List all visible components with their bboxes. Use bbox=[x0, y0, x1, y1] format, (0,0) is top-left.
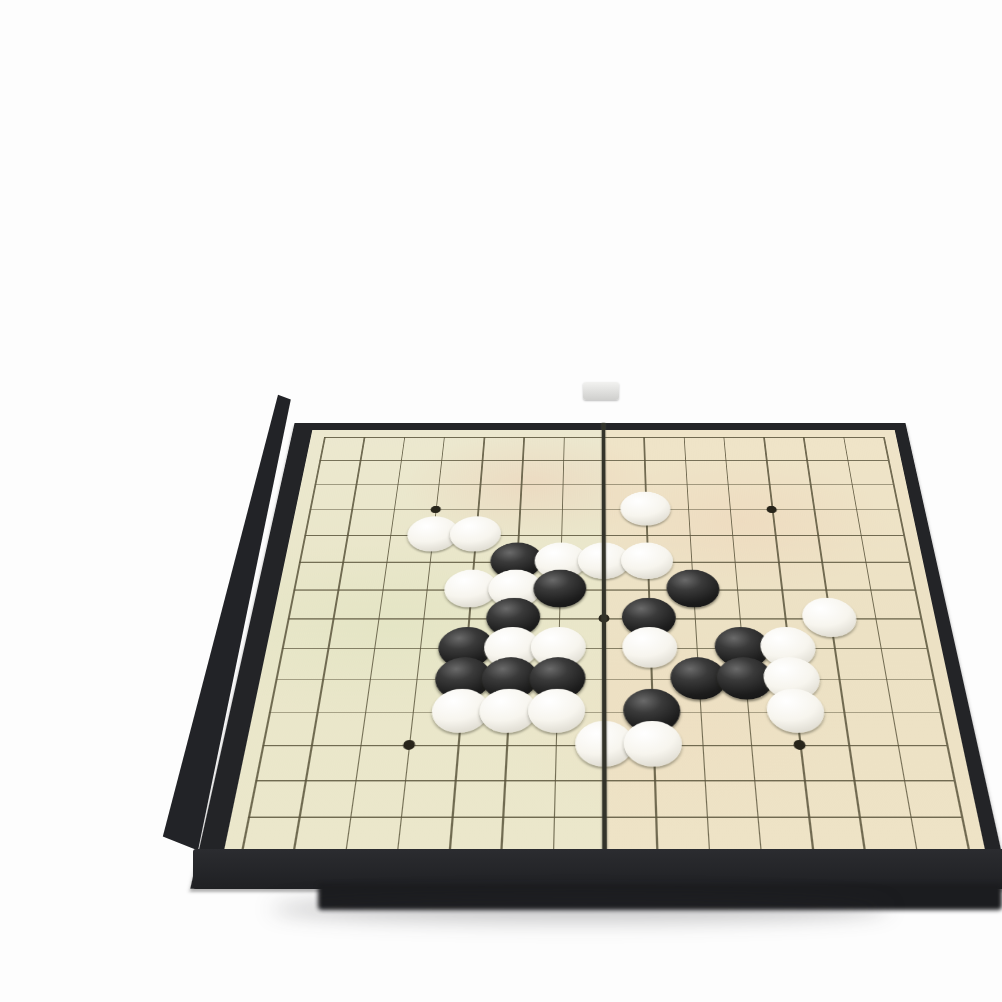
star-point bbox=[793, 740, 806, 750]
white-stone[interactable] bbox=[621, 543, 674, 579]
go-board bbox=[190, 423, 1002, 888]
frame-front-face bbox=[193, 849, 1002, 889]
white-stone[interactable] bbox=[765, 689, 827, 733]
white-stone[interactable] bbox=[527, 689, 585, 733]
star-point bbox=[430, 506, 441, 513]
white-stone[interactable] bbox=[622, 627, 678, 668]
white-stone[interactable] bbox=[448, 517, 502, 552]
product-photo-page bbox=[0, 0, 1002, 1002]
white-stone[interactable] bbox=[624, 721, 684, 767]
black-stone[interactable] bbox=[532, 570, 586, 608]
hinge-tab bbox=[583, 382, 619, 400]
white-stone[interactable] bbox=[800, 598, 860, 637]
board-drop-shadow bbox=[270, 896, 890, 922]
star-point bbox=[766, 506, 777, 513]
grid-vline bbox=[883, 437, 971, 855]
star-point bbox=[402, 740, 415, 750]
grid-vline bbox=[843, 437, 919, 855]
black-stone[interactable] bbox=[665, 570, 720, 608]
grid-vline bbox=[683, 437, 710, 855]
white-stone[interactable] bbox=[620, 491, 671, 525]
